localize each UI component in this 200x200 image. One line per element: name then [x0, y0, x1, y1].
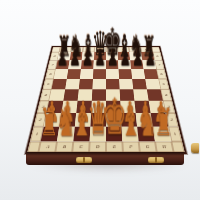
black-pawn[interactable]: ♟ — [132, 46, 143, 69]
black-pawn[interactable]: ♟ — [56, 46, 67, 69]
black-pawn[interactable]: ♟ — [81, 46, 92, 69]
black-pawn[interactable]: ♟ — [144, 46, 155, 69]
square-d7[interactable]: ♟ — [93, 60, 106, 69]
coord-label-5: 5 — [158, 79, 169, 89]
square-e7[interactable]: ♟ — [106, 60, 119, 69]
coord-label-6: 6 — [156, 69, 166, 79]
square-b6[interactable] — [67, 69, 81, 79]
square-f1[interactable]: ♝ — [122, 127, 139, 142]
square-h1[interactable]: ♜ — [153, 127, 172, 142]
coord-label-g: G — [139, 142, 157, 152]
coord-label-b: B — [55, 142, 73, 152]
square-h6[interactable] — [144, 69, 159, 79]
square-e6[interactable] — [106, 69, 119, 79]
coord-label-h: H — [155, 142, 174, 152]
square-b5[interactable] — [65, 79, 80, 89]
coord-label-a: A — [38, 142, 57, 152]
square-f6[interactable] — [119, 69, 133, 79]
white-rook[interactable]: ♜ — [154, 104, 173, 142]
square-g7[interactable]: ♟ — [130, 60, 144, 69]
square-f7[interactable]: ♟ — [118, 60, 131, 69]
coord-label-c: C — [72, 142, 89, 152]
coord-label-f: F — [122, 142, 139, 152]
box-front-edge — [26, 152, 184, 165]
black-pawn[interactable]: ♟ — [119, 46, 130, 69]
clasp-icon — [191, 143, 199, 153]
square-b7[interactable]: ♟ — [68, 60, 82, 69]
square-c6[interactable] — [80, 69, 94, 79]
square-h7[interactable]: ♟ — [142, 60, 156, 69]
square-g6[interactable] — [131, 69, 145, 79]
black-pawn[interactable]: ♟ — [69, 46, 80, 69]
board-corner — [171, 142, 184, 152]
chess-set-photo: ABCDEFGH8♜♞♝♛♚♝♞♜87♟♟♟♟♟♟♟♟7665544332♟♟♟… — [0, 0, 200, 200]
square-a7[interactable]: ♟ — [56, 60, 70, 69]
hinge-icon — [76, 157, 92, 163]
chess-board[interactable]: ABCDEFGH8♜♞♝♛♚♝♞♜87♟♟♟♟♟♟♟♟7665544332♟♟♟… — [25, 46, 187, 154]
square-c7[interactable]: ♟ — [81, 60, 94, 69]
coord-label-e: E — [106, 142, 123, 152]
square-c5[interactable] — [79, 79, 93, 89]
black-pawn[interactable]: ♟ — [94, 46, 105, 69]
coord-label-d: D — [89, 142, 106, 152]
hinge-icon — [148, 157, 164, 163]
square-g1[interactable]: ♞ — [137, 127, 155, 142]
black-pawn[interactable]: ♟ — [107, 46, 118, 69]
square-d6[interactable] — [93, 69, 106, 79]
